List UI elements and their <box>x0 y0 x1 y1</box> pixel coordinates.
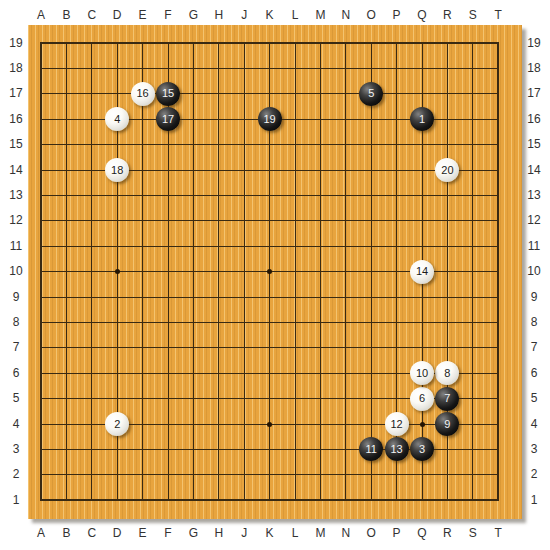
move-number-label: 14 <box>416 266 428 277</box>
coordinate-label: O <box>359 8 383 23</box>
move-number-label: 17 <box>162 114 174 125</box>
move-number-label: 10 <box>416 368 428 379</box>
move-number-label: 20 <box>441 165 453 176</box>
move-number-label: 15 <box>162 88 174 99</box>
coordinate-label: R <box>435 8 459 23</box>
coordinate-label: Q <box>410 526 434 541</box>
coordinate-label: 17 <box>522 86 546 101</box>
move-number-label: 6 <box>419 393 425 404</box>
coordinate-label: L <box>283 526 307 541</box>
coordinate-label: K <box>258 526 282 541</box>
coordinate-label: T <box>486 526 510 541</box>
coordinate-label: N <box>334 526 358 541</box>
coordinate-label: 4 <box>522 417 546 432</box>
stone-black-move-7: 7 <box>435 387 459 411</box>
coordinate-label: 14 <box>4 163 28 178</box>
coordinate-label: C <box>80 526 104 541</box>
star-point <box>420 422 425 427</box>
coordinate-label: 11 <box>4 239 28 254</box>
coordinate-label: H <box>207 8 231 23</box>
coordinate-label: 17 <box>4 86 28 101</box>
coordinate-label: P <box>385 526 409 541</box>
coordinate-label: 16 <box>4 112 28 127</box>
move-number-label: 18 <box>111 165 123 176</box>
coordinate-label: 9 <box>4 290 28 305</box>
move-number-label: 19 <box>263 114 275 125</box>
coordinate-label: G <box>181 526 205 541</box>
coordinate-label: 10 <box>522 264 546 279</box>
coordinate-label: 5 <box>4 391 28 406</box>
coordinate-label: 15 <box>4 137 28 152</box>
coordinate-label: B <box>54 526 78 541</box>
stone-white-move-12: 12 <box>385 412 409 436</box>
move-number-label: 9 <box>444 419 450 430</box>
coordinate-label: 14 <box>522 163 546 178</box>
coordinate-label: K <box>258 8 282 23</box>
coordinate-label: 6 <box>522 366 546 381</box>
stone-black-move-19: 19 <box>258 107 282 131</box>
coordinate-label: L <box>283 8 307 23</box>
coordinate-label: B <box>54 8 78 23</box>
move-number-label: 1 <box>419 114 425 125</box>
coordinate-label: G <box>181 8 205 23</box>
coordinate-label: D <box>105 8 129 23</box>
coordinate-label: 13 <box>522 188 546 203</box>
coordinate-label: 16 <box>522 112 546 127</box>
coordinate-label: 3 <box>4 442 28 457</box>
coordinate-label: 13 <box>4 188 28 203</box>
star-point <box>267 422 272 427</box>
coordinate-label: 1 <box>4 493 28 508</box>
coordinate-label: E <box>131 526 155 541</box>
go-diagram-page: ABCDEFGHJKLMNOPQRST ABCDEFGHJKLMNOPQRST … <box>0 0 550 550</box>
coordinate-label: 1 <box>522 493 546 508</box>
coordinate-label: 3 <box>522 442 546 457</box>
coordinate-label: 9 <box>522 290 546 305</box>
stone-white-move-16: 16 <box>131 82 155 106</box>
coordinate-label: T <box>486 8 510 23</box>
stone-white-move-18: 18 <box>105 158 129 182</box>
move-number-label: 12 <box>390 419 402 430</box>
star-point <box>115 269 120 274</box>
coordinate-label: 6 <box>4 366 28 381</box>
coordinate-label: 2 <box>522 467 546 482</box>
coordinate-label: D <box>105 526 129 541</box>
stone-black-move-17: 17 <box>156 107 180 131</box>
coordinate-label: M <box>308 526 332 541</box>
move-number-label: 3 <box>419 444 425 455</box>
move-number-label: 5 <box>368 88 374 99</box>
stone-black-move-1: 1 <box>410 107 434 131</box>
coordinate-label: 2 <box>4 467 28 482</box>
coordinate-label: S <box>461 526 485 541</box>
coordinate-label: P <box>385 8 409 23</box>
coordinate-label: Q <box>410 8 434 23</box>
coordinate-label: F <box>156 526 180 541</box>
coordinate-label: S <box>461 8 485 23</box>
stone-black-move-13: 13 <box>385 437 409 461</box>
coordinate-label: R <box>435 526 459 541</box>
stone-white-move-14: 14 <box>410 260 434 284</box>
coordinate-label: 7 <box>522 340 546 355</box>
coordinate-label: O <box>359 526 383 541</box>
coordinate-label: A <box>29 526 53 541</box>
coordinate-label: C <box>80 8 104 23</box>
stone-black-move-5: 5 <box>359 82 383 106</box>
coordinate-label: 10 <box>4 264 28 279</box>
coordinate-label: J <box>232 8 256 23</box>
coordinate-label: F <box>156 8 180 23</box>
move-number-label: 13 <box>390 444 402 455</box>
move-number-label: 2 <box>114 419 120 430</box>
coordinate-label: A <box>29 8 53 23</box>
move-number-label: 11 <box>365 444 376 455</box>
coordinate-label: 19 <box>4 36 28 51</box>
move-number-label: 16 <box>136 88 148 99</box>
go-board[interactable]: 1234567891011121314151617181920 <box>28 25 522 519</box>
stone-white-move-2: 2 <box>105 412 129 436</box>
coordinate-label: 4 <box>4 417 28 432</box>
coordinate-label: 11 <box>522 239 546 254</box>
coordinate-label: 8 <box>522 315 546 330</box>
coordinate-label: 7 <box>4 340 28 355</box>
coordinate-label: 8 <box>4 315 28 330</box>
coordinate-label: E <box>131 8 155 23</box>
coordinate-label: 12 <box>4 213 28 228</box>
move-number-label: 8 <box>444 368 450 379</box>
stone-black-move-15: 15 <box>156 82 180 106</box>
coordinate-label: 19 <box>522 36 546 51</box>
coordinate-label: 18 <box>4 61 28 76</box>
move-number-label: 4 <box>114 114 120 125</box>
coordinate-label: M <box>308 8 332 23</box>
move-number-label: 7 <box>444 393 450 404</box>
coordinate-label: 5 <box>522 391 546 406</box>
coordinate-label: 12 <box>522 213 546 228</box>
coordinate-label: N <box>334 8 358 23</box>
stone-white-move-10: 10 <box>410 361 434 385</box>
stone-white-move-6: 6 <box>410 387 434 411</box>
coordinate-label: J <box>232 526 256 541</box>
coordinate-label: 15 <box>522 137 546 152</box>
coordinate-label: 18 <box>522 61 546 76</box>
coordinate-label: H <box>207 526 231 541</box>
